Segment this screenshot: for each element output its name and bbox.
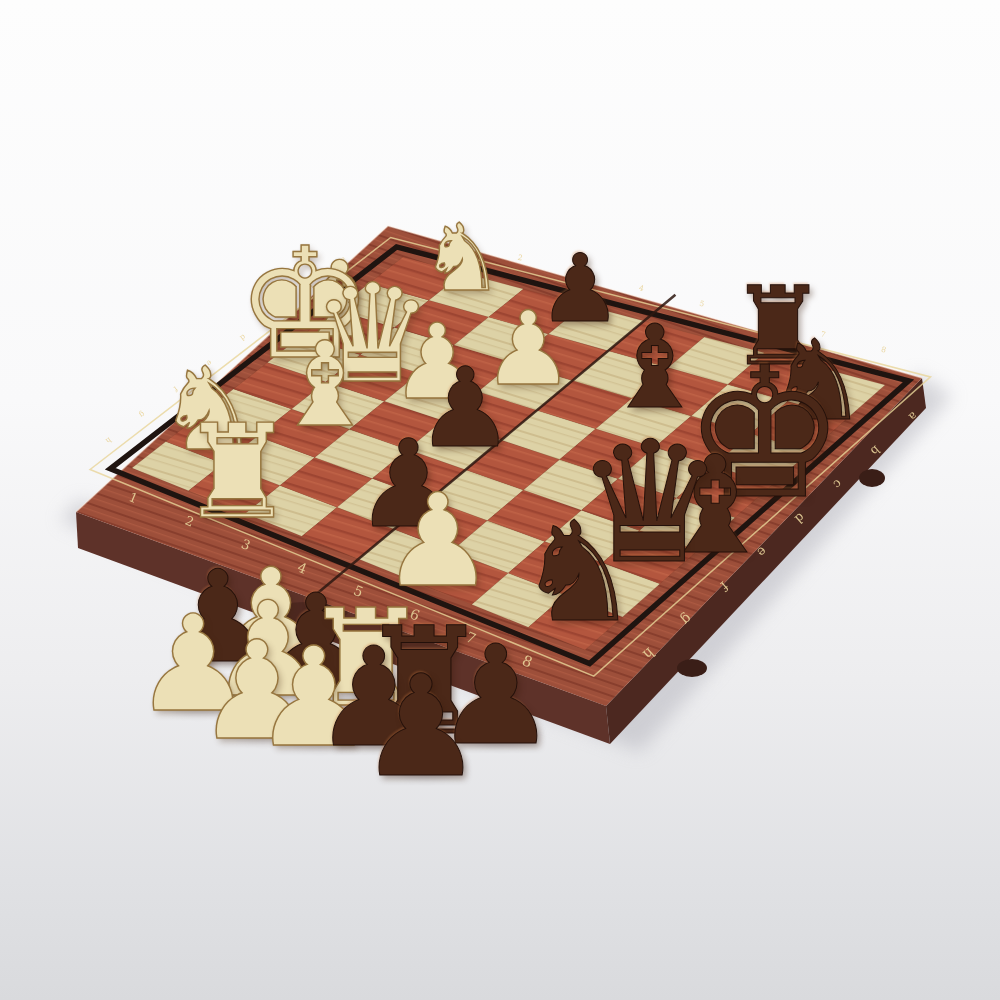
coordinate-label-g: g xyxy=(137,410,146,420)
coordinate-label-h: h xyxy=(104,435,113,445)
piece-white-rook-h2[interactable]: ♜ xyxy=(179,414,296,531)
coordinate-label-4: 4 xyxy=(638,283,645,293)
chess-board: 1122334455667788aabbccddeeffgghh xyxy=(0,0,1000,1000)
coordinate-label-8: 8 xyxy=(880,345,887,355)
photo-backdrop: 1122334455667788aabbccddeeffgghh ♚♝♛♝♞♞♜… xyxy=(0,0,1000,1000)
piece-black-pawn-captured-11[interactable]: ♟ xyxy=(358,664,484,790)
coordinate-label-2: 2 xyxy=(517,253,524,263)
board-foot xyxy=(677,659,707,677)
board-foot xyxy=(859,469,885,487)
